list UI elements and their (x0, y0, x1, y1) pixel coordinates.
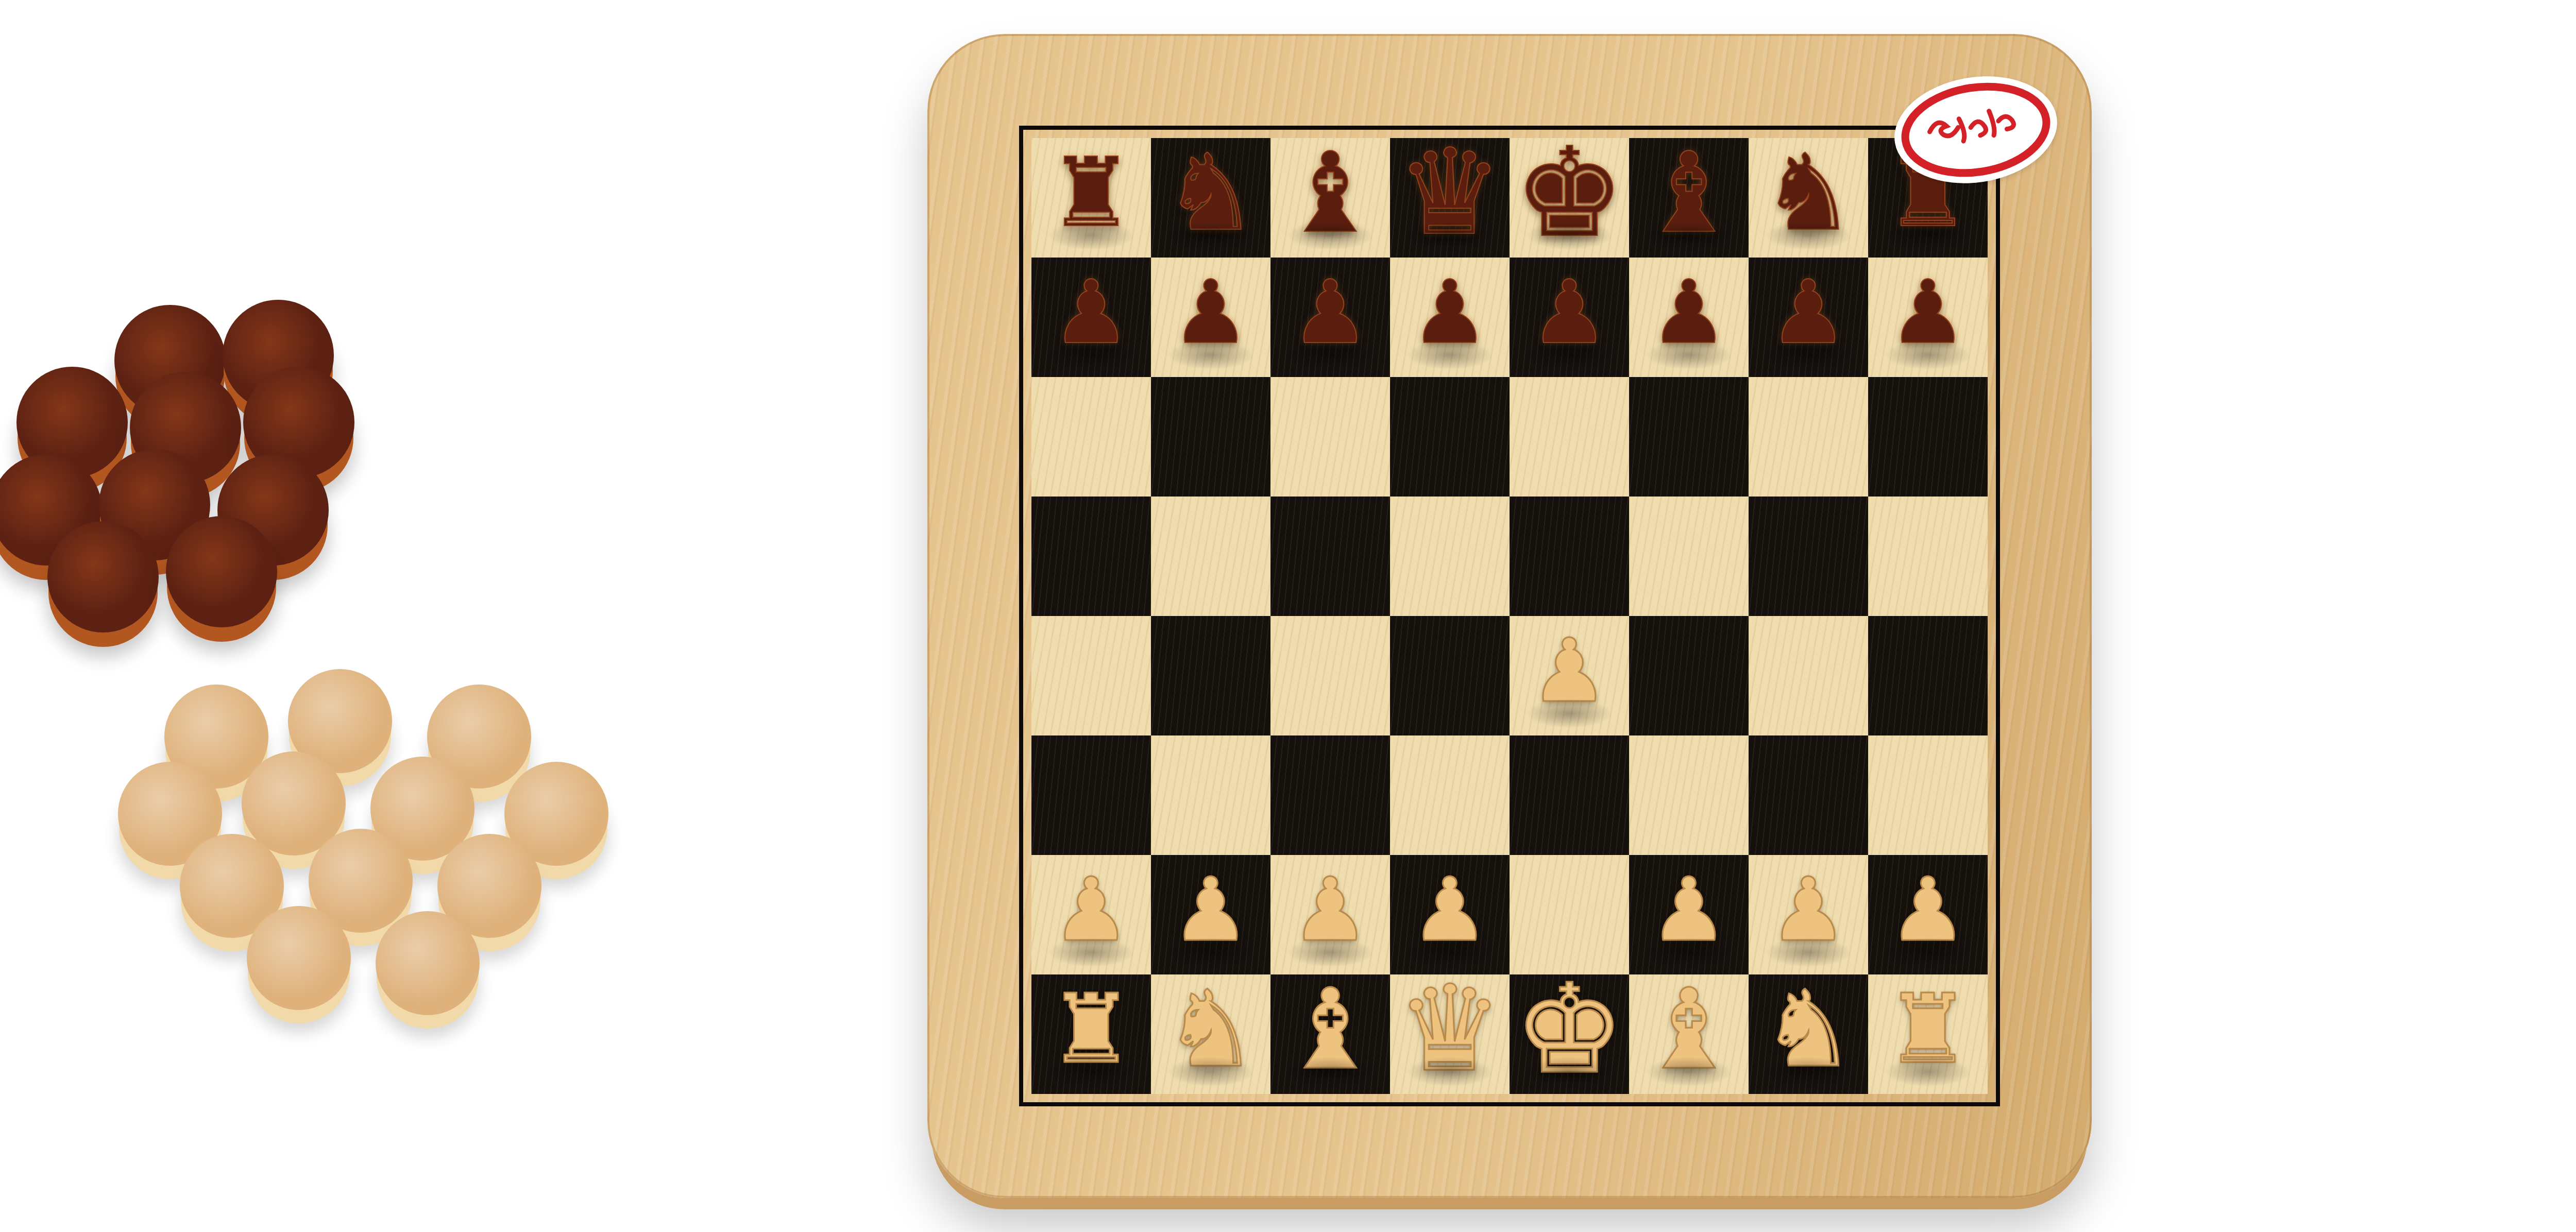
square-g6[interactable] (1749, 377, 1868, 497)
piece-black-pawn[interactable]: ♟ (1390, 252, 1510, 372)
square-d8[interactable]: ♛ (1390, 138, 1510, 258)
square-d5[interactable] (1390, 497, 1510, 616)
brand-logo-oval-icon (1887, 65, 2065, 194)
piece-white-bishop[interactable]: ♝ (1270, 969, 1390, 1089)
square-g3[interactable] (1749, 735, 1868, 855)
square-g4[interactable] (1749, 616, 1868, 735)
dark-draughts-piece[interactable] (47, 521, 159, 632)
square-b5[interactable] (1151, 497, 1270, 616)
square-c2[interactable]: ♟ (1270, 855, 1390, 974)
square-h7[interactable]: ♟ (1868, 258, 1988, 377)
piece-black-pawn[interactable]: ♟ (1151, 252, 1270, 372)
square-c3[interactable] (1270, 735, 1390, 855)
square-b1[interactable]: ♞ (1151, 974, 1270, 1094)
square-a5[interactable] (1031, 497, 1151, 616)
square-a3[interactable] (1031, 735, 1151, 855)
square-g7[interactable]: ♟ (1749, 258, 1868, 377)
piece-black-pawn[interactable]: ♟ (1510, 252, 1629, 372)
square-b6[interactable] (1151, 377, 1270, 497)
piece-black-king[interactable]: ♚ (1510, 133, 1629, 252)
square-b3[interactable] (1151, 735, 1270, 855)
piece-white-pawn[interactable]: ♟ (1868, 850, 1988, 969)
piece-black-pawn[interactable]: ♟ (1629, 252, 1749, 372)
square-a1[interactable]: ♜ (1031, 974, 1151, 1094)
square-b7[interactable]: ♟ (1151, 258, 1270, 377)
square-f2[interactable]: ♟ (1629, 855, 1749, 974)
square-f8[interactable]: ♝ (1629, 138, 1749, 258)
square-a2[interactable]: ♟ (1031, 855, 1151, 974)
square-e8[interactable]: ♚ (1510, 138, 1629, 258)
square-c4[interactable] (1270, 616, 1390, 735)
square-b2[interactable]: ♟ (1151, 855, 1270, 974)
piece-black-pawn[interactable]: ♟ (1749, 252, 1868, 372)
square-f1[interactable]: ♝ (1629, 974, 1749, 1094)
piece-white-queen[interactable]: ♛ (1390, 969, 1510, 1089)
square-a4[interactable] (1031, 616, 1151, 735)
square-d3[interactable] (1390, 735, 1510, 855)
square-c5[interactable] (1270, 497, 1390, 616)
product-photo-scene: ♜♞♝♛♚♝♞♜♟♟♟♟♟♟♟♟♟♟♟♟♟♟♟♟♜♞♝♛♚♝♞♜ (0, 0, 2576, 1232)
chessboard: ♜♞♝♛♚♝♞♜♟♟♟♟♟♟♟♟♟♟♟♟♟♟♟♟♜♞♝♛♚♝♞♜ (927, 34, 2092, 1198)
piece-black-bishop[interactable]: ♝ (1629, 133, 1749, 252)
square-c8[interactable]: ♝ (1270, 138, 1390, 258)
square-h6[interactable] (1868, 377, 1988, 497)
square-h4[interactable] (1868, 616, 1988, 735)
piece-white-pawn[interactable]: ♟ (1629, 850, 1749, 969)
piece-white-pawn[interactable]: ♟ (1031, 850, 1151, 969)
light-draughts-piece[interactable] (247, 906, 351, 1010)
square-a8[interactable]: ♜ (1031, 138, 1151, 258)
piece-white-rook[interactable]: ♜ (1868, 969, 1988, 1089)
square-e4[interactable]: ♟ (1510, 616, 1629, 735)
square-g5[interactable] (1749, 497, 1868, 616)
piece-black-bishop[interactable]: ♝ (1270, 133, 1390, 252)
piece-white-rook[interactable]: ♜ (1031, 969, 1151, 1089)
square-b8[interactable]: ♞ (1151, 138, 1270, 258)
square-f6[interactable] (1629, 377, 1749, 497)
square-e5[interactable] (1510, 497, 1629, 616)
square-b4[interactable] (1151, 616, 1270, 735)
piece-black-rook[interactable]: ♜ (1031, 133, 1151, 252)
square-a6[interactable] (1031, 377, 1151, 497)
piece-white-pawn[interactable]: ♟ (1390, 850, 1510, 969)
board-playing-area: ♜♞♝♛♚♝♞♜♟♟♟♟♟♟♟♟♟♟♟♟♟♟♟♟♜♞♝♛♚♝♞♜ (1031, 138, 1988, 1094)
piece-black-queen[interactable]: ♛ (1390, 133, 1510, 252)
square-g1[interactable]: ♞ (1749, 974, 1868, 1094)
piece-black-knight[interactable]: ♞ (1151, 133, 1270, 252)
square-d6[interactable] (1390, 377, 1510, 497)
dark-draughts-piece[interactable] (166, 516, 277, 627)
piece-white-pawn[interactable]: ♟ (1151, 850, 1270, 969)
square-f5[interactable] (1629, 497, 1749, 616)
piece-white-pawn[interactable]: ♟ (1749, 850, 1868, 969)
piece-black-pawn[interactable]: ♟ (1270, 252, 1390, 372)
piece-white-king[interactable]: ♚ (1510, 969, 1629, 1089)
brand-logo-sticker (1887, 65, 2065, 194)
square-h1[interactable]: ♜ (1868, 974, 1988, 1094)
piece-black-pawn[interactable]: ♟ (1031, 252, 1151, 372)
piece-white-knight[interactable]: ♞ (1749, 969, 1868, 1089)
square-h5[interactable] (1868, 497, 1988, 616)
square-d4[interactable] (1390, 616, 1510, 735)
square-f3[interactable] (1629, 735, 1749, 855)
square-h3[interactable] (1868, 735, 1988, 855)
piece-white-pawn[interactable]: ♟ (1510, 611, 1629, 730)
piece-black-knight[interactable]: ♞ (1749, 133, 1868, 252)
piece-black-pawn[interactable]: ♟ (1868, 252, 1988, 372)
square-d1[interactable]: ♛ (1390, 974, 1510, 1094)
square-e6[interactable] (1510, 377, 1629, 497)
square-e7[interactable]: ♟ (1510, 258, 1629, 377)
square-c7[interactable]: ♟ (1270, 258, 1390, 377)
square-e3[interactable] (1510, 735, 1629, 855)
square-c6[interactable] (1270, 377, 1390, 497)
piece-white-pawn[interactable]: ♟ (1270, 850, 1390, 969)
square-c1[interactable]: ♝ (1270, 974, 1390, 1094)
light-draughts-piece[interactable] (376, 911, 480, 1015)
piece-white-bishop[interactable]: ♝ (1629, 969, 1749, 1089)
square-f7[interactable]: ♟ (1629, 258, 1749, 377)
board-grid: ♜♞♝♛♚♝♞♜♟♟♟♟♟♟♟♟♟♟♟♟♟♟♟♟♜♞♝♛♚♝♞♜ (1031, 138, 1988, 1094)
square-g2[interactable]: ♟ (1749, 855, 1868, 974)
square-e1[interactable]: ♚ (1510, 974, 1629, 1094)
square-a7[interactable]: ♟ (1031, 258, 1151, 377)
square-d2[interactable]: ♟ (1390, 855, 1510, 974)
piece-white-knight[interactable]: ♞ (1151, 969, 1270, 1089)
square-h2[interactable]: ♟ (1868, 855, 1988, 974)
square-g8[interactable]: ♞ (1749, 138, 1868, 258)
square-f4[interactable] (1629, 616, 1749, 735)
square-d7[interactable]: ♟ (1390, 258, 1510, 377)
